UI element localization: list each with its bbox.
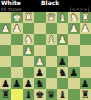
square-c2[interactable] <box>57 23 68 34</box>
square-a4[interactable] <box>80 45 91 56</box>
square-f3[interactable]: ♞ <box>23 34 34 45</box>
square-f4[interactable]: ♟ <box>23 45 34 56</box>
square-g1[interactable]: ♚ <box>11 12 22 23</box>
square-h1[interactable] <box>0 12 11 23</box>
black-rook-piece: ♜ <box>1 89 10 99</box>
white-bishop-piece: ♝ <box>58 12 67 22</box>
nav-controls: |<<>>| <box>69 7 91 12</box>
square-c5[interactable]: ♟ <box>57 56 68 67</box>
square-f7[interactable]: ♟ <box>23 78 34 89</box>
square-a8[interactable]: ♜ <box>80 89 91 100</box>
square-b1[interactable]: ♞ <box>68 12 79 23</box>
square-f1[interactable]: ♜ <box>23 12 34 23</box>
square-h3[interactable] <box>0 34 11 45</box>
black-queen-piece: ♛ <box>47 89 56 99</box>
black-bishop-piece: ♝ <box>24 89 33 99</box>
white-pawn-piece: ♟ <box>58 34 67 44</box>
black-player-label: Black <box>41 0 59 6</box>
viewer-header: White Black to move |<<>>| <box>0 0 91 12</box>
black-pawn-piece: ♟ <box>69 67 78 77</box>
square-c4[interactable] <box>57 45 68 56</box>
move-status-text: to move <box>0 7 22 12</box>
square-e3[interactable] <box>34 34 45 45</box>
black-bishop-piece: ♝ <box>58 89 67 99</box>
white-king-piece: ♚ <box>13 12 22 22</box>
white-knight-piece: ♞ <box>69 12 78 22</box>
white-pawn-piece: ♟ <box>69 23 78 33</box>
square-b2[interactable]: ♟ <box>68 23 79 34</box>
nav-button-3[interactable]: >| <box>84 7 90 12</box>
square-h5[interactable] <box>0 56 11 67</box>
square-a5[interactable] <box>80 56 91 67</box>
square-f6[interactable] <box>23 67 34 78</box>
square-g2[interactable]: ♟ <box>11 23 22 34</box>
chess-viewer-widget: White Black to move |<<>>| ♚♜♛♝♞♜♟♟♟♟♞♝♟… <box>0 0 91 100</box>
nav-button-0[interactable]: |< <box>69 7 75 12</box>
square-h7[interactable]: ♟ <box>0 78 11 89</box>
square-b5[interactable] <box>68 56 79 67</box>
square-b4[interactable] <box>68 45 79 56</box>
square-c1[interactable]: ♝ <box>57 12 68 23</box>
square-e1[interactable] <box>34 12 45 23</box>
black-pawn-piece: ♟ <box>1 78 10 88</box>
black-pawn-piece: ♟ <box>35 67 44 77</box>
square-d8[interactable]: ♛ <box>46 89 57 100</box>
square-b8[interactable] <box>68 89 79 100</box>
square-e4[interactable] <box>34 45 45 56</box>
square-h4[interactable] <box>0 45 11 56</box>
square-e5[interactable]: ♟ <box>34 56 45 67</box>
square-h2[interactable]: ♟ <box>0 23 11 34</box>
square-a7[interactable]: ♟ <box>80 78 91 89</box>
white-knight-piece: ♞ <box>24 34 33 44</box>
square-c8[interactable]: ♝ <box>57 89 68 100</box>
square-d5[interactable] <box>46 56 57 67</box>
square-d7[interactable] <box>46 78 57 89</box>
square-e8[interactable]: ♚ <box>34 89 45 100</box>
black-knight-piece: ♞ <box>58 67 67 77</box>
white-pawn-piece: ♟ <box>81 23 90 33</box>
black-knight-piece: ♞ <box>35 78 44 88</box>
square-c7[interactable] <box>57 78 68 89</box>
square-b6[interactable]: ♟ <box>68 67 79 78</box>
square-b7[interactable] <box>68 78 79 89</box>
nav-button-1[interactable]: < <box>76 7 79 12</box>
square-d2[interactable] <box>46 23 57 34</box>
square-g3[interactable] <box>11 34 22 45</box>
square-d6[interactable] <box>46 67 57 78</box>
square-h6[interactable] <box>0 67 11 78</box>
white-pawn-piece: ♟ <box>13 23 22 33</box>
black-pawn-piece: ♟ <box>24 78 33 88</box>
square-e7[interactable]: ♞ <box>34 78 45 89</box>
black-pawn-piece: ♟ <box>13 78 22 88</box>
nav-button-2[interactable]: > <box>80 7 83 12</box>
white-pawn-piece: ♟ <box>24 45 33 55</box>
square-g8[interactable] <box>11 89 22 100</box>
white-bishop-piece: ♝ <box>47 34 56 44</box>
square-g7[interactable]: ♟ <box>11 78 22 89</box>
square-c6[interactable]: ♞ <box>57 67 68 78</box>
square-e6[interactable]: ♟ <box>34 67 45 78</box>
white-rook-piece: ♜ <box>24 12 33 22</box>
white-pawn-piece: ♟ <box>1 23 10 33</box>
square-f2[interactable] <box>23 23 34 34</box>
square-a3[interactable] <box>80 34 91 45</box>
black-pawn-piece: ♟ <box>58 56 67 66</box>
black-pawn-piece: ♟ <box>81 78 90 88</box>
black-king-piece: ♚ <box>35 89 44 99</box>
square-d3[interactable]: ♝ <box>46 34 57 45</box>
square-a6[interactable] <box>80 67 91 78</box>
square-f5[interactable] <box>23 56 34 67</box>
square-c3[interactable]: ♟ <box>57 34 68 45</box>
chess-board: ♚♜♛♝♞♜♟♟♟♟♞♝♟♟♟♟♟♞♟♟♟♟♞♟♜♝♚♛♝♜ <box>0 12 91 100</box>
square-h8[interactable]: ♜ <box>0 89 11 100</box>
square-d4[interactable] <box>46 45 57 56</box>
square-b3[interactable] <box>68 34 79 45</box>
square-g5[interactable] <box>11 56 22 67</box>
black-rook-piece: ♜ <box>81 89 90 99</box>
square-d1[interactable]: ♛ <box>46 12 57 23</box>
square-e2[interactable] <box>34 23 45 34</box>
white-pawn-piece: ♟ <box>35 56 44 66</box>
square-a1[interactable]: ♜ <box>80 12 91 23</box>
square-a2[interactable]: ♟ <box>80 23 91 34</box>
white-rook-piece: ♜ <box>81 12 90 22</box>
square-g4[interactable] <box>11 45 22 56</box>
square-f8[interactable]: ♝ <box>23 89 34 100</box>
white-queen-piece: ♛ <box>47 12 56 22</box>
square-g6[interactable] <box>11 67 22 78</box>
